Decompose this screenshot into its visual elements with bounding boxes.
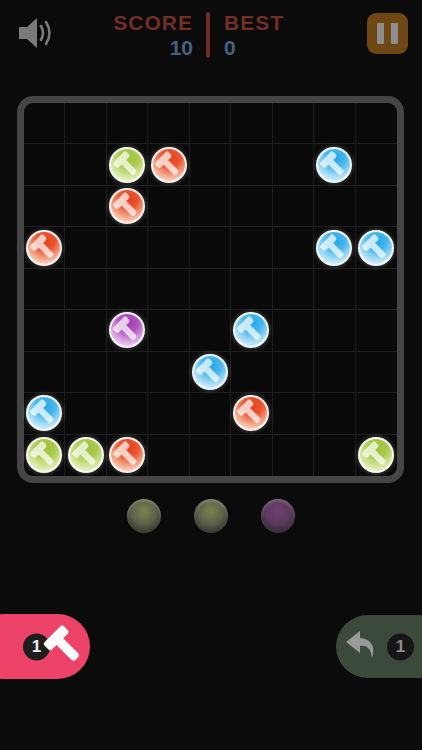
cell-r5c1[interactable] xyxy=(24,269,65,310)
cell-r1c2[interactable] xyxy=(65,103,106,144)
cell-r1c9[interactable] xyxy=(356,103,397,144)
cell-r6c9[interactable] xyxy=(356,310,397,351)
cell-r3c3[interactable] xyxy=(107,186,148,227)
ball-green[interactable] xyxy=(358,437,394,473)
cell-r6c8[interactable] xyxy=(314,310,355,351)
hammer-icon xyxy=(194,355,228,389)
cell-r2c6[interactable] xyxy=(231,144,272,185)
pause-icon xyxy=(391,23,398,44)
cell-r4c2[interactable] xyxy=(65,227,106,268)
ball-blue[interactable] xyxy=(233,312,269,348)
score-value: 10 xyxy=(113,37,193,58)
cell-r4c8[interactable] xyxy=(314,227,355,268)
undo-count-badge: 1 xyxy=(387,633,414,660)
ball-red[interactable] xyxy=(109,437,145,473)
hammer-icon xyxy=(28,396,62,430)
pause-icon xyxy=(377,23,384,44)
cell-r9c6[interactable] xyxy=(231,435,272,476)
cell-r5c2[interactable] xyxy=(65,269,106,310)
hammer-icon xyxy=(318,231,352,265)
cell-r9c3[interactable] xyxy=(107,435,148,476)
hammer-icon xyxy=(28,231,62,265)
cell-r7c2[interactable] xyxy=(65,352,106,393)
cell-r1c4[interactable] xyxy=(148,103,189,144)
cell-r6c5[interactable] xyxy=(190,310,231,351)
cell-r3c2[interactable] xyxy=(65,186,106,227)
cell-r6c1[interactable] xyxy=(24,310,65,351)
score-best-divider xyxy=(206,12,210,58)
cell-r6c3[interactable] xyxy=(107,310,148,351)
ball-green[interactable] xyxy=(26,437,62,473)
cell-r6c2[interactable] xyxy=(65,310,106,351)
cell-r7c7[interactable] xyxy=(273,352,314,393)
cell-r1c3[interactable] xyxy=(107,103,148,144)
ball-green[interactable] xyxy=(68,437,104,473)
best-label: BEST xyxy=(224,12,284,33)
pause-button[interactable] xyxy=(367,13,408,54)
hammer-icon xyxy=(360,438,394,472)
speaker-on-icon xyxy=(16,16,56,50)
score-label: SCORE xyxy=(113,12,193,33)
cell-r2c9[interactable] xyxy=(356,144,397,185)
cell-r9c7[interactable] xyxy=(273,435,314,476)
hammer-icon xyxy=(28,438,62,472)
cell-r6c7[interactable] xyxy=(273,310,314,351)
hammer-icon xyxy=(111,148,145,182)
cell-r7c6[interactable] xyxy=(231,352,272,393)
undo-button[interactable]: 1 xyxy=(336,615,422,678)
cell-r3c6[interactable] xyxy=(231,186,272,227)
cell-r5c4[interactable] xyxy=(148,269,189,310)
cell-r7c4[interactable] xyxy=(148,352,189,393)
cell-r2c7[interactable] xyxy=(273,144,314,185)
hammer-icon xyxy=(111,313,145,347)
best-value: 0 xyxy=(224,37,284,58)
cell-r6c6[interactable] xyxy=(231,310,272,351)
cell-r5c8[interactable] xyxy=(314,269,355,310)
ball-green[interactable] xyxy=(109,147,145,183)
score-block: SCORE 10 xyxy=(113,12,193,58)
cell-r5c6[interactable] xyxy=(231,269,272,310)
cell-r8c4[interactable] xyxy=(148,393,189,434)
cell-r8c5[interactable] xyxy=(190,393,231,434)
cell-r3c5[interactable] xyxy=(190,186,231,227)
next-ball-green xyxy=(194,499,228,533)
cell-r3c9[interactable] xyxy=(356,186,397,227)
cell-r1c5[interactable] xyxy=(190,103,231,144)
cell-r5c5[interactable] xyxy=(190,269,231,310)
cell-r3c8[interactable] xyxy=(314,186,355,227)
ball-blue[interactable] xyxy=(192,354,228,390)
sound-button[interactable] xyxy=(16,16,56,50)
cell-r8c8[interactable] xyxy=(314,393,355,434)
cell-r4c5[interactable] xyxy=(190,227,231,268)
cell-r1c8[interactable] xyxy=(314,103,355,144)
cell-r4c6[interactable] xyxy=(231,227,272,268)
hammer-icon xyxy=(70,438,104,472)
cell-r5c3[interactable] xyxy=(107,269,148,310)
cell-r7c5[interactable] xyxy=(190,352,231,393)
board-grid xyxy=(17,96,404,483)
cell-r8c7[interactable] xyxy=(273,393,314,434)
ball-purple[interactable] xyxy=(109,312,145,348)
cell-r6c4[interactable] xyxy=(148,310,189,351)
cell-r2c2[interactable] xyxy=(65,144,106,185)
cell-r4c3[interactable] xyxy=(107,227,148,268)
cell-r4c1[interactable] xyxy=(24,227,65,268)
hammer-icon xyxy=(235,396,269,430)
cell-r8c9[interactable] xyxy=(356,393,397,434)
cell-r9c2[interactable] xyxy=(65,435,106,476)
ball-red[interactable] xyxy=(151,147,187,183)
cell-r2c3[interactable] xyxy=(107,144,148,185)
ball-blue[interactable] xyxy=(358,230,394,266)
cell-r9c5[interactable] xyxy=(190,435,231,476)
hammer-icon xyxy=(235,313,269,347)
cell-r3c4[interactable] xyxy=(148,186,189,227)
ball-blue[interactable] xyxy=(316,230,352,266)
ball-blue[interactable] xyxy=(316,147,352,183)
cell-r2c4[interactable] xyxy=(148,144,189,185)
cell-r8c1[interactable] xyxy=(24,393,65,434)
cell-r7c8[interactable] xyxy=(314,352,355,393)
cell-r4c4[interactable] xyxy=(148,227,189,268)
hammer-icon xyxy=(153,148,187,182)
cell-r1c6[interactable] xyxy=(231,103,272,144)
next-balls xyxy=(0,499,422,539)
ball-red[interactable] xyxy=(26,230,62,266)
hammer-icon xyxy=(41,622,89,670)
hammer-icon xyxy=(318,148,352,182)
cell-r4c9[interactable] xyxy=(356,227,397,268)
hammer-icon xyxy=(360,231,394,265)
cell-r9c8[interactable] xyxy=(314,435,355,476)
cell-r8c6[interactable] xyxy=(231,393,272,434)
best-block: BEST 0 xyxy=(224,12,284,58)
cell-r2c8[interactable] xyxy=(314,144,355,185)
ball-blue[interactable] xyxy=(26,395,62,431)
cell-r9c9[interactable] xyxy=(356,435,397,476)
ball-red[interactable] xyxy=(233,395,269,431)
cell-r3c7[interactable] xyxy=(273,186,314,227)
next-ball-green xyxy=(127,499,161,533)
cell-r9c4[interactable] xyxy=(148,435,189,476)
cell-r7c9[interactable] xyxy=(356,352,397,393)
cell-r1c1[interactable] xyxy=(24,103,65,144)
hammer-icon xyxy=(111,189,145,223)
cell-r9c1[interactable] xyxy=(24,435,65,476)
cell-r5c9[interactable] xyxy=(356,269,397,310)
cell-r8c3[interactable] xyxy=(107,393,148,434)
hammer-powerup-button[interactable]: 1 xyxy=(0,614,90,679)
cell-r4c7[interactable] xyxy=(273,227,314,268)
cell-r8c2[interactable] xyxy=(65,393,106,434)
next-ball-purple xyxy=(261,499,295,533)
ball-red[interactable] xyxy=(109,188,145,224)
cell-r3c1[interactable] xyxy=(24,186,65,227)
game-screen: SCORE 10 BEST 0 1 1 xyxy=(0,0,422,750)
undo-arrow-icon xyxy=(344,629,382,665)
cell-r5c7[interactable] xyxy=(273,269,314,310)
hammer-icon xyxy=(111,438,145,472)
cell-r2c1[interactable] xyxy=(24,144,65,185)
cell-r2c5[interactable] xyxy=(190,144,231,185)
cell-r7c1[interactable] xyxy=(24,352,65,393)
cell-r7c3[interactable] xyxy=(107,352,148,393)
cell-r1c7[interactable] xyxy=(273,103,314,144)
